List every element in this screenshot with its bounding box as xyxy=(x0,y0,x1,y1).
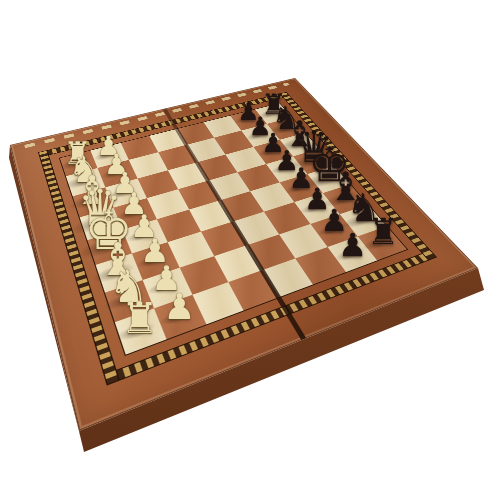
chess-set-photo: ♜♟♟♜♞♟♟♞♝♟♟♝♛♟♟♛♚♟♟♚♝♟♟♝♞♟♟♞♜♟♟♜ xyxy=(0,0,490,490)
